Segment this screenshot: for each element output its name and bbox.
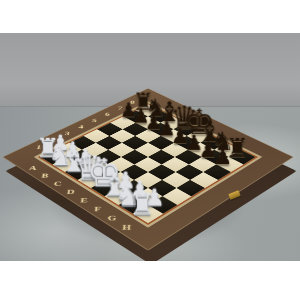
- file-label-f: F: [89, 205, 105, 212]
- file-label-a: A: [25, 165, 41, 171]
- rank-label-7: 7: [114, 105, 127, 110]
- square-h8[interactable]: ♜: [229, 150, 256, 165]
- rank-label-8: 8: [126, 100, 139, 105]
- rank-label-5: 5: [88, 118, 102, 123]
- file-label-c: C: [49, 180, 65, 187]
- top-margin: [0, 0, 300, 33]
- file-label-g: G: [104, 214, 120, 221]
- chess-board: ♜♞♝♛♚♝♞♜♟♟♟♟♟♟♟♟♟♟♟♟♟♟♟♟♜♞♝♛♚♝♞♜ ABCDEFG…: [45, 54, 251, 260]
- rank-label-3: 3: [61, 130, 75, 135]
- photo-area: ♜♞♝♛♚♝♞♜♟♟♟♟♟♟♟♟♟♟♟♟♟♟♟♟♜♞♝♛♚♝♞♜ ABCDEFG…: [0, 33, 300, 261]
- file-label-h: H: [118, 223, 134, 231]
- board-frame: ♜♞♝♛♚♝♞♜♟♟♟♟♟♟♟♟♟♟♟♟♟♟♟♟♜♞♝♛♚♝♞♜ ABCDEFG…: [2, 88, 293, 250]
- bottom-margin: [0, 261, 300, 300]
- rank-label-6: 6: [101, 111, 114, 116]
- white-rook-h1[interactable]: ♜: [129, 190, 150, 219]
- square-d5[interactable]: [135, 143, 161, 157]
- rank-label-4: 4: [74, 124, 88, 129]
- file-label-e: E: [76, 196, 92, 203]
- screenshot-root: ♜♞♝♛♚♝♞♜♟♟♟♟♟♟♟♟♟♟♟♟♟♟♟♟♜♞♝♛♚♝♞♜ ABCDEFG…: [0, 0, 300, 300]
- file-label-d: D: [62, 188, 78, 195]
- file-label-b: B: [37, 172, 53, 178]
- black-pawn-h7[interactable]: ♟: [213, 147, 232, 168]
